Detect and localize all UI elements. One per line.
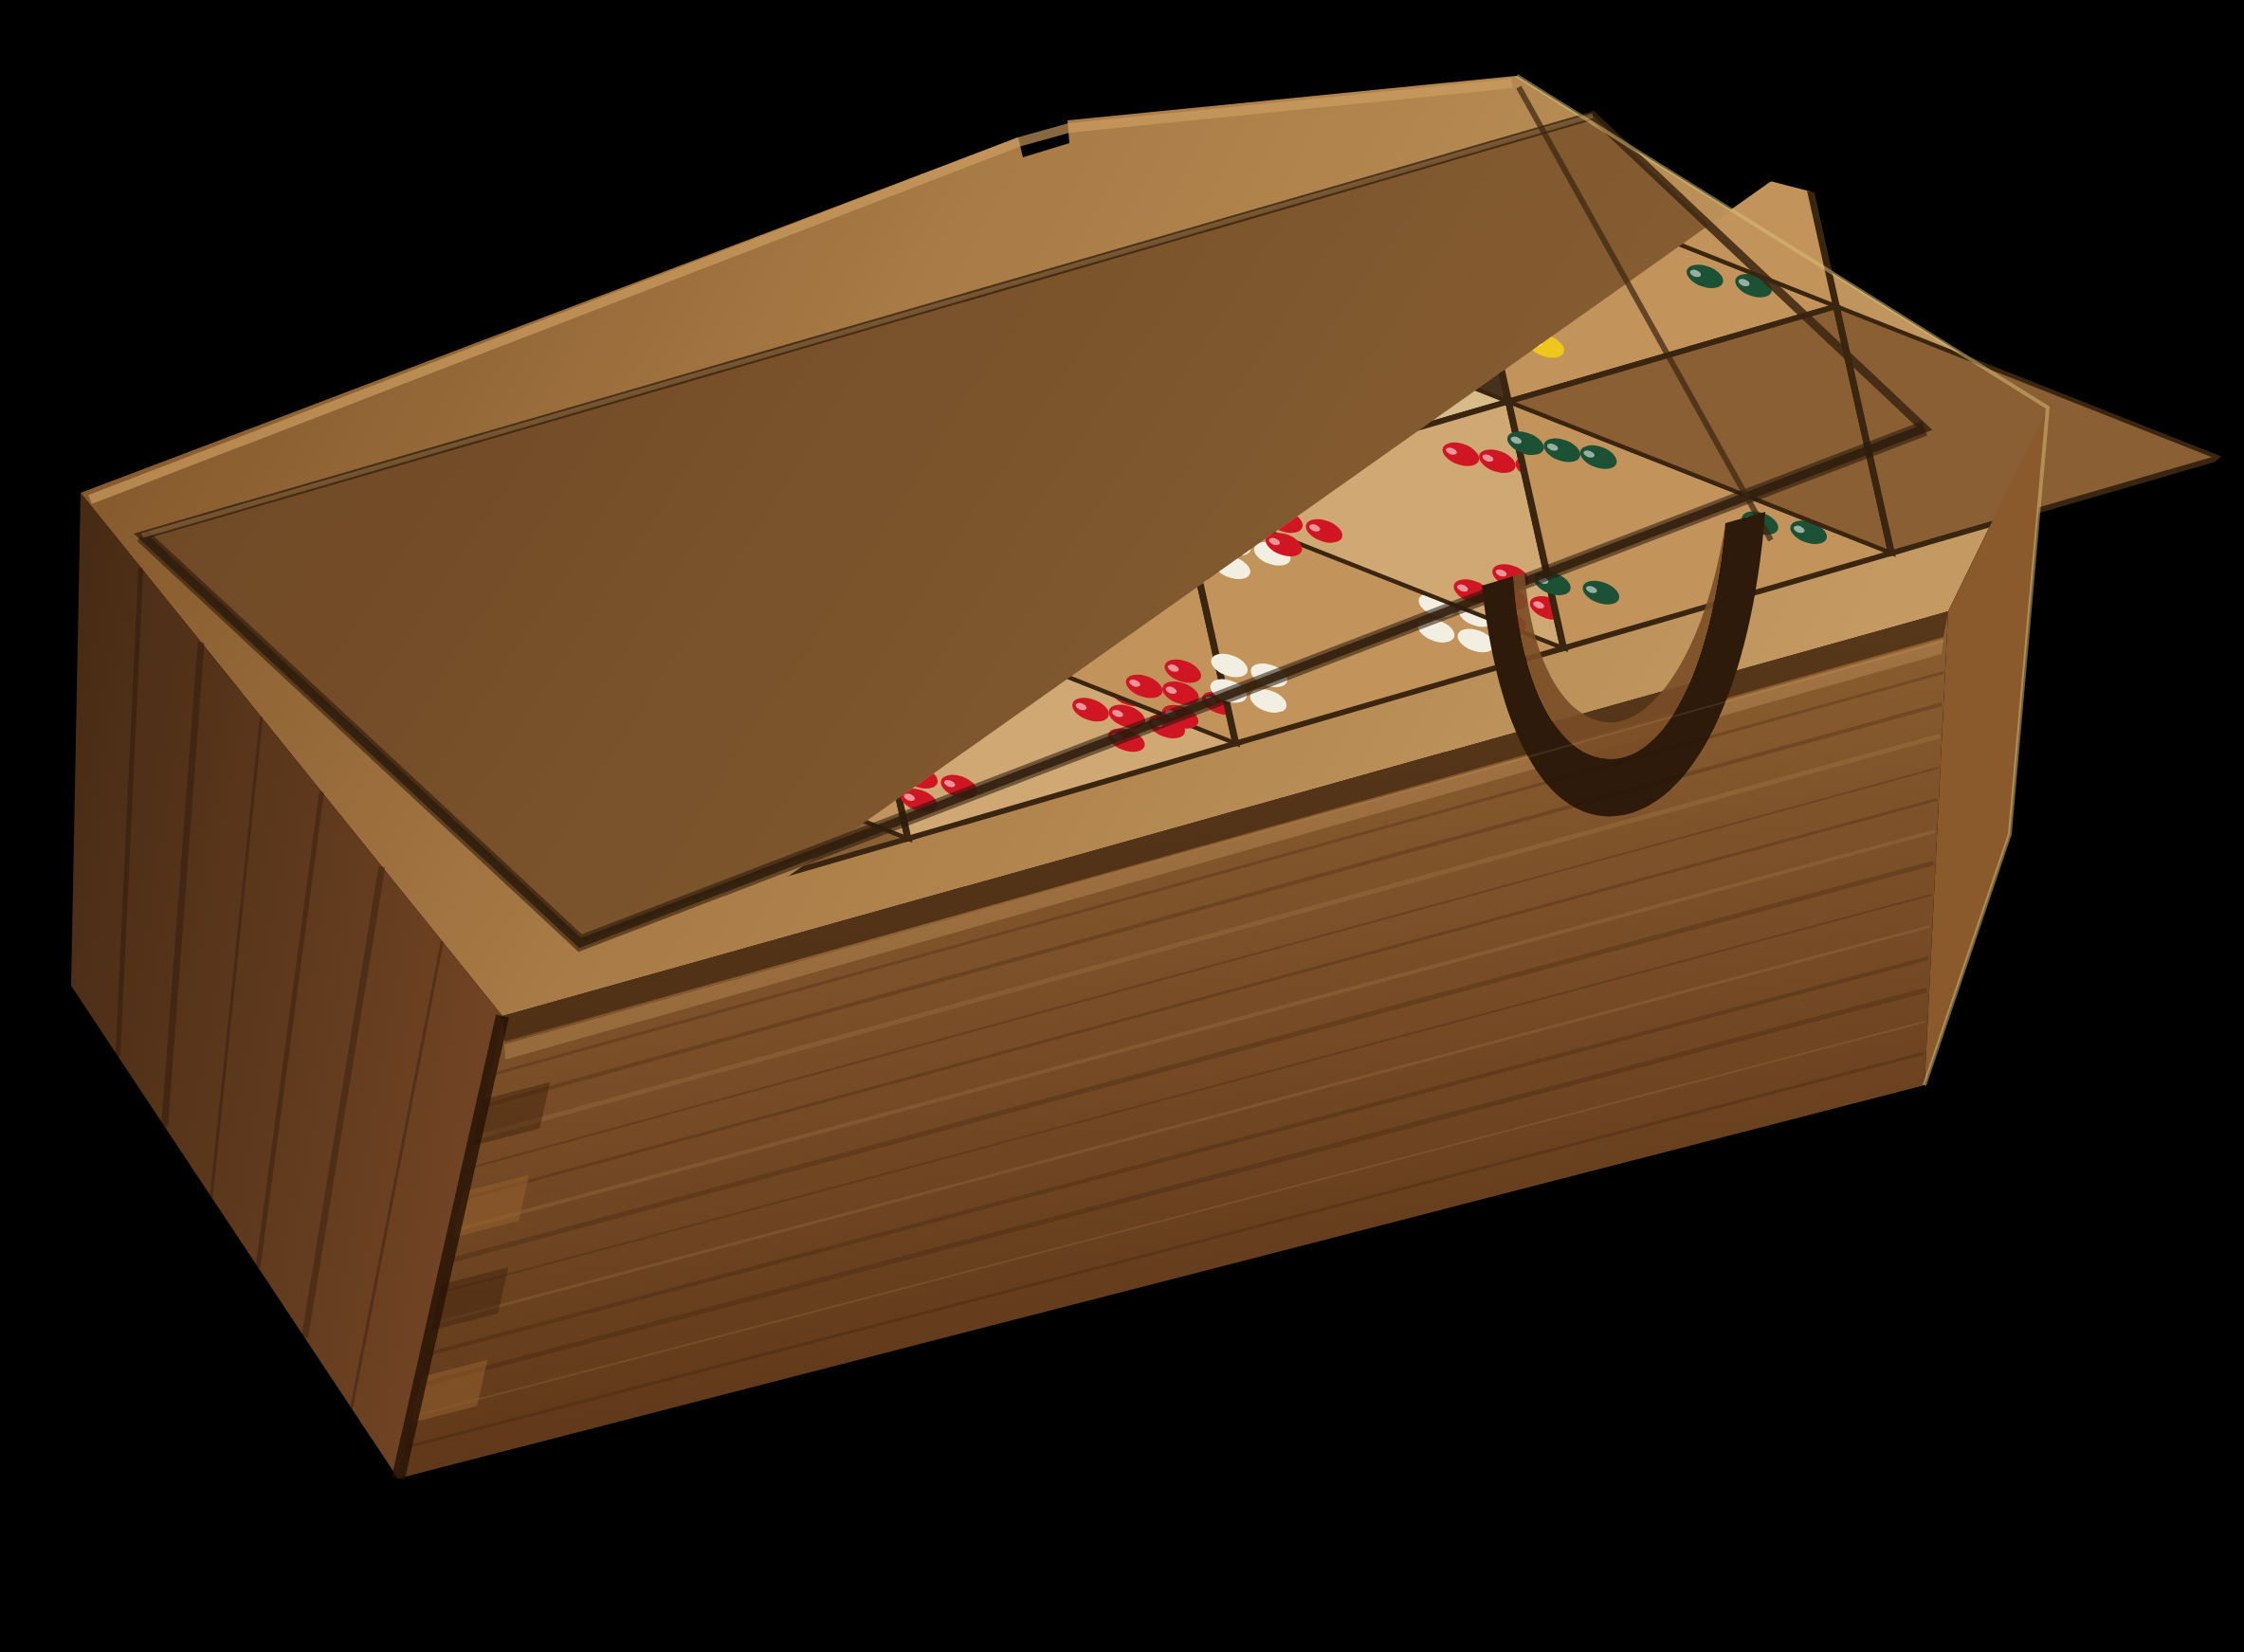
triomino-box-photo	[0, 0, 2244, 1652]
